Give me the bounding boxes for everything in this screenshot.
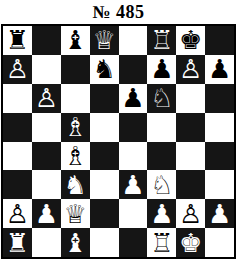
square-b5[interactable]: [32, 113, 61, 142]
square-b2[interactable]: ♟: [32, 199, 61, 228]
square-g2[interactable]: ♙: [176, 199, 205, 228]
white-knight: ♞: [64, 172, 87, 198]
square-c3[interactable]: ♞: [61, 170, 90, 199]
square-e3[interactable]: ♟: [119, 170, 148, 199]
square-d5[interactable]: [90, 113, 119, 142]
square-g5[interactable]: [176, 113, 205, 142]
square-f1[interactable]: ♖: [147, 228, 176, 257]
square-e4[interactable]: [119, 142, 148, 171]
white-rook: ♖: [150, 230, 173, 256]
square-g3[interactable]: [176, 170, 205, 199]
square-a5[interactable]: [3, 113, 32, 142]
square-d4[interactable]: [90, 142, 119, 171]
chess-board: ♜♝♕♖♚♙♞♟♙♟♙♟♘♗♗♞♟♘♙♟♕♟♙♟♜♝♖♚: [1, 24, 236, 259]
square-e1[interactable]: [119, 228, 148, 257]
square-h4[interactable]: [205, 142, 234, 171]
square-b6[interactable]: ♙: [32, 84, 61, 113]
black-bishop: ♝: [64, 27, 87, 53]
square-g1[interactable]: ♚: [176, 228, 205, 257]
square-a6[interactable]: [3, 84, 32, 113]
square-e6[interactable]: ♟: [119, 84, 148, 113]
diagram-number: № 485: [0, 0, 237, 24]
square-b4[interactable]: [32, 142, 61, 171]
white-bishop: ♝: [64, 230, 87, 256]
black-knight: ♞: [92, 56, 115, 82]
square-d7[interactable]: ♞: [90, 55, 119, 84]
square-f6[interactable]: ♘: [147, 84, 176, 113]
square-a8[interactable]: ♜: [3, 26, 32, 55]
black-king: ♚: [179, 27, 202, 53]
white-pawn: ♟: [208, 201, 231, 227]
square-e8[interactable]: [119, 26, 148, 55]
square-h8[interactable]: [205, 26, 234, 55]
square-b1[interactable]: [32, 228, 61, 257]
square-b7[interactable]: [32, 55, 61, 84]
square-e2[interactable]: [119, 199, 148, 228]
square-f2[interactable]: ♟: [147, 199, 176, 228]
square-f8[interactable]: ♖: [147, 26, 176, 55]
white-queen: ♕: [64, 201, 87, 227]
square-g7[interactable]: ♙: [176, 55, 205, 84]
square-d8[interactable]: ♕: [90, 26, 119, 55]
square-h1[interactable]: [205, 228, 234, 257]
square-a1[interactable]: ♜: [3, 228, 32, 257]
white-bishop: ♗: [64, 143, 87, 169]
square-f4[interactable]: [147, 142, 176, 171]
white-rook: ♜: [6, 230, 29, 256]
square-c1[interactable]: ♝: [61, 228, 90, 257]
square-e5[interactable]: [119, 113, 148, 142]
square-f5[interactable]: [147, 113, 176, 142]
square-a3[interactable]: [3, 170, 32, 199]
white-knight: ♘: [150, 172, 173, 198]
black-pawn: ♟: [208, 56, 231, 82]
square-b3[interactable]: [32, 170, 61, 199]
square-a2[interactable]: ♙: [3, 199, 32, 228]
square-b8[interactable]: [32, 26, 61, 55]
square-a7[interactable]: ♙: [3, 55, 32, 84]
black-pawn: ♙: [179, 56, 202, 82]
white-pawn: ♙: [6, 201, 29, 227]
square-c6[interactable]: [61, 84, 90, 113]
black-pawn: ♙: [6, 56, 29, 82]
white-pawn: ♟: [35, 201, 58, 227]
white-pawn: ♙: [179, 201, 202, 227]
square-g4[interactable]: [176, 142, 205, 171]
black-rook: ♜: [6, 27, 29, 53]
square-c4[interactable]: ♗: [61, 142, 90, 171]
square-g6[interactable]: [176, 84, 205, 113]
square-h2[interactable]: ♟: [205, 199, 234, 228]
square-d2[interactable]: [90, 199, 119, 228]
square-d6[interactable]: [90, 84, 119, 113]
black-pawn: ♙: [35, 85, 58, 111]
white-king: ♚: [179, 230, 202, 256]
square-c7[interactable]: [61, 55, 90, 84]
square-f3[interactable]: ♘: [147, 170, 176, 199]
square-h7[interactable]: ♟: [205, 55, 234, 84]
black-knight: ♘: [150, 85, 173, 111]
white-pawn: ♟: [150, 201, 173, 227]
black-bishop: ♗: [64, 114, 87, 140]
square-c2[interactable]: ♕: [61, 199, 90, 228]
black-rook: ♖: [150, 27, 173, 53]
square-h6[interactable]: [205, 84, 234, 113]
square-h5[interactable]: [205, 113, 234, 142]
square-c8[interactable]: ♝: [61, 26, 90, 55]
black-queen: ♕: [92, 27, 115, 53]
black-pawn: ♟: [121, 85, 144, 111]
black-pawn: ♟: [150, 56, 173, 82]
square-c5[interactable]: ♗: [61, 113, 90, 142]
square-f7[interactable]: ♟: [147, 55, 176, 84]
white-pawn: ♟: [121, 172, 144, 198]
square-d3[interactable]: [90, 170, 119, 199]
square-a4[interactable]: [3, 142, 32, 171]
square-d1[interactable]: [90, 228, 119, 257]
square-g8[interactable]: ♚: [176, 26, 205, 55]
square-e7[interactable]: [119, 55, 148, 84]
square-h3[interactable]: [205, 170, 234, 199]
